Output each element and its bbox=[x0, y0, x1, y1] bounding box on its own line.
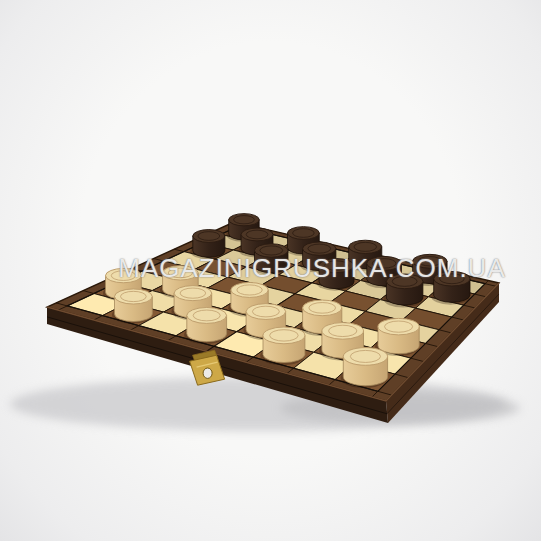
checker-piece-dark[interactable] bbox=[316, 259, 354, 291]
checker-piece-light[interactable] bbox=[260, 327, 305, 365]
checkers-board-scene bbox=[0, 0, 541, 541]
checker-piece-dark[interactable] bbox=[431, 271, 470, 304]
checker-piece-light[interactable] bbox=[112, 289, 152, 324]
checker-piece-dark[interactable] bbox=[252, 244, 288, 275]
checker-piece-light[interactable] bbox=[184, 307, 226, 343]
product-photo: MAGAZINIGRUSHKA.COM.UA bbox=[0, 0, 541, 541]
checker-piece-dark[interactable] bbox=[384, 274, 423, 308]
checker-piece-dark[interactable] bbox=[190, 230, 225, 260]
checker-piece-light[interactable] bbox=[340, 348, 387, 388]
